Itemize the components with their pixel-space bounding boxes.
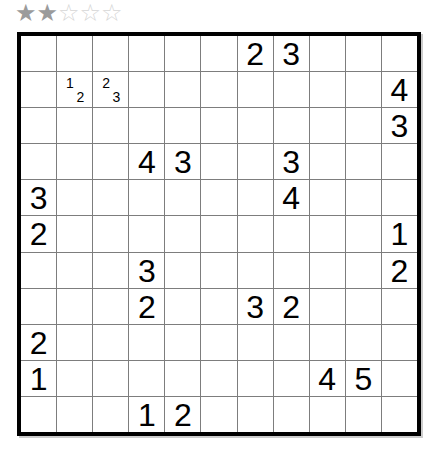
cell-r6c5[interactable] bbox=[165, 216, 200, 251]
cell-r8c3[interactable] bbox=[93, 289, 128, 324]
cell-r1c1[interactable] bbox=[21, 36, 56, 71]
cell-r10c6[interactable] bbox=[201, 361, 236, 396]
clue-number: 3 bbox=[30, 181, 48, 214]
cell-r2c9[interactable] bbox=[310, 72, 345, 107]
cell-r4c1[interactable] bbox=[21, 144, 56, 179]
cell-r5c4[interactable] bbox=[129, 180, 164, 215]
cell-r9c8[interactable] bbox=[274, 325, 309, 360]
cell-r9c11[interactable] bbox=[382, 325, 417, 360]
cell-r7c4: 3 bbox=[129, 253, 164, 288]
clue-number: 1 bbox=[138, 398, 156, 431]
cell-r10c4[interactable] bbox=[129, 361, 164, 396]
clue-number: 4 bbox=[391, 73, 409, 106]
clue-number: 4 bbox=[318, 362, 336, 395]
cell-r5c1: 3 bbox=[21, 180, 56, 215]
clue-number: 3 bbox=[174, 145, 192, 178]
cell-r4c2[interactable] bbox=[57, 144, 92, 179]
cell-r9c9[interactable] bbox=[310, 325, 345, 360]
cell-r7c5[interactable] bbox=[165, 253, 200, 288]
cell-r5c2[interactable] bbox=[57, 180, 92, 215]
cell-r8c6[interactable] bbox=[201, 289, 236, 324]
cell-r7c9[interactable] bbox=[310, 253, 345, 288]
cell-r10c7[interactable] bbox=[238, 361, 273, 396]
cell-r7c10[interactable] bbox=[346, 253, 381, 288]
cell-r1c5[interactable] bbox=[165, 36, 200, 71]
cell-r3c7[interactable] bbox=[238, 108, 273, 143]
cell-r11c3[interactable] bbox=[93, 397, 128, 432]
cell-r11c5: 2 bbox=[165, 397, 200, 432]
cell-r7c6[interactable] bbox=[201, 253, 236, 288]
star-empty-icon: ☆ bbox=[101, 0, 123, 26]
cell-r4c9[interactable] bbox=[310, 144, 345, 179]
cell-r6c6[interactable] bbox=[201, 216, 236, 251]
cell-r6c4[interactable] bbox=[129, 216, 164, 251]
cell-r10c1: 1 bbox=[21, 361, 56, 396]
cell-r4c7[interactable] bbox=[238, 144, 273, 179]
cell-r2c8[interactable] bbox=[274, 72, 309, 107]
cell-r5c3[interactable] bbox=[93, 180, 128, 215]
cell-r6c9[interactable] bbox=[310, 216, 345, 251]
cell-r4c8: 3 bbox=[274, 144, 309, 179]
cell-r8c9[interactable] bbox=[310, 289, 345, 324]
cell-r11c6[interactable] bbox=[201, 397, 236, 432]
cell-r2c6[interactable] bbox=[201, 72, 236, 107]
cell-r8c8: 2 bbox=[274, 289, 309, 324]
cell-r5c11[interactable] bbox=[382, 180, 417, 215]
cell-r1c2[interactable] bbox=[57, 36, 92, 71]
cell-r9c7[interactable] bbox=[238, 325, 273, 360]
clue-number: 1 bbox=[30, 362, 48, 395]
clue-number: 2 bbox=[282, 290, 300, 323]
cell-r5c7[interactable] bbox=[238, 180, 273, 215]
cell-r3c2[interactable] bbox=[57, 108, 92, 143]
cell-r1c9[interactable] bbox=[310, 36, 345, 71]
cell-r6c3[interactable] bbox=[93, 216, 128, 251]
cell-r4c4: 4 bbox=[129, 144, 164, 179]
cell-r5c8: 4 bbox=[274, 180, 309, 215]
cell-r6c2[interactable] bbox=[57, 216, 92, 251]
cell-r5c9[interactable] bbox=[310, 180, 345, 215]
cell-r7c1[interactable] bbox=[21, 253, 56, 288]
cell-r6c11: 1 bbox=[382, 216, 417, 251]
cell-r11c7[interactable] bbox=[238, 397, 273, 432]
cell-r3c3[interactable] bbox=[93, 108, 128, 143]
clue-small-bottom-right: 3 bbox=[112, 90, 120, 104]
cell-r2c5[interactable] bbox=[165, 72, 200, 107]
cell-r2c2: 12 bbox=[57, 72, 92, 107]
clue-number: 3 bbox=[246, 290, 264, 323]
cell-r10c3[interactable] bbox=[93, 361, 128, 396]
cell-r8c4: 2 bbox=[129, 289, 164, 324]
clue-number: 2 bbox=[391, 254, 409, 287]
clue-number: 2 bbox=[174, 398, 192, 431]
cell-r2c11: 4 bbox=[382, 72, 417, 107]
cell-r1c4[interactable] bbox=[129, 36, 164, 71]
cell-r2c1[interactable] bbox=[21, 72, 56, 107]
cell-r2c3: 23 bbox=[93, 72, 128, 107]
cell-r3c10[interactable] bbox=[346, 108, 381, 143]
cell-r6c8[interactable] bbox=[274, 216, 309, 251]
cell-r11c2[interactable] bbox=[57, 397, 92, 432]
cell-r10c2[interactable] bbox=[57, 361, 92, 396]
clue-number: 2 bbox=[30, 217, 48, 250]
cell-r9c5[interactable] bbox=[165, 325, 200, 360]
cell-r1c3[interactable] bbox=[93, 36, 128, 71]
clue-number: 3 bbox=[391, 109, 409, 142]
clue-number: 3 bbox=[282, 37, 300, 70]
cell-r5c10[interactable] bbox=[346, 180, 381, 215]
clue-number: 2 bbox=[246, 37, 264, 70]
cell-r9c1: 2 bbox=[21, 325, 56, 360]
cell-r8c11[interactable] bbox=[382, 289, 417, 324]
star-empty-icon: ☆ bbox=[80, 0, 102, 26]
cell-r10c10: 5 bbox=[346, 361, 381, 396]
cell-r8c5[interactable] bbox=[165, 289, 200, 324]
cell-r3c4[interactable] bbox=[129, 108, 164, 143]
cell-r3c1[interactable] bbox=[21, 108, 56, 143]
cell-r3c9[interactable] bbox=[310, 108, 345, 143]
star-empty-icon: ☆ bbox=[58, 0, 80, 26]
cell-r4c6[interactable] bbox=[201, 144, 236, 179]
clue-number: 5 bbox=[354, 362, 372, 395]
cell-r8c7: 3 bbox=[238, 289, 273, 324]
cell-r2c4[interactable] bbox=[129, 72, 164, 107]
cell-r9c10[interactable] bbox=[346, 325, 381, 360]
cell-r3c5[interactable] bbox=[165, 108, 200, 143]
cell-r1c10[interactable] bbox=[346, 36, 381, 71]
cell-r11c9[interactable] bbox=[310, 397, 345, 432]
cell-r4c5: 3 bbox=[165, 144, 200, 179]
cell-r7c2[interactable] bbox=[57, 253, 92, 288]
cell-r3c8[interactable] bbox=[274, 108, 309, 143]
cell-r1c8: 3 bbox=[274, 36, 309, 71]
cell-r6c10[interactable] bbox=[346, 216, 381, 251]
cell-r11c4: 1 bbox=[129, 397, 164, 432]
difficulty-rating: ★★☆☆☆ bbox=[15, 0, 123, 26]
star-filled-icon: ★ bbox=[37, 0, 59, 26]
clue-small-bottom-right: 2 bbox=[76, 90, 84, 104]
cell-r1c7: 2 bbox=[238, 36, 273, 71]
cell-r2c7[interactable] bbox=[238, 72, 273, 107]
cell-r8c10[interactable] bbox=[346, 289, 381, 324]
clue-number: 2 bbox=[30, 326, 48, 359]
clue-small-top-left: 1 bbox=[66, 76, 74, 90]
cell-r7c3[interactable] bbox=[93, 253, 128, 288]
cell-r6c1: 2 bbox=[21, 216, 56, 251]
cell-r8c2[interactable] bbox=[57, 289, 92, 324]
cell-r3c11: 3 bbox=[382, 108, 417, 143]
clue-number: 4 bbox=[282, 181, 300, 214]
cell-r11c1[interactable] bbox=[21, 397, 56, 432]
cell-r9c4[interactable] bbox=[129, 325, 164, 360]
cell-r10c9: 4 bbox=[310, 361, 345, 396]
cell-r3c6[interactable] bbox=[201, 108, 236, 143]
cell-r8c1[interactable] bbox=[21, 289, 56, 324]
cell-r9c2[interactable] bbox=[57, 325, 92, 360]
cell-r4c3[interactable] bbox=[93, 144, 128, 179]
cell-r10c5[interactable] bbox=[165, 361, 200, 396]
cell-r2c10[interactable] bbox=[346, 72, 381, 107]
cell-r11c10[interactable] bbox=[346, 397, 381, 432]
cell-r7c8[interactable] bbox=[274, 253, 309, 288]
clue-number: 2 bbox=[138, 290, 156, 323]
board-grid: 23122343433342132232214512 bbox=[21, 36, 417, 432]
star-filled-icon: ★ bbox=[15, 0, 37, 26]
cell-r4c11[interactable] bbox=[382, 144, 417, 179]
clue-number: 3 bbox=[138, 254, 156, 287]
cell-r5c6[interactable] bbox=[201, 180, 236, 215]
cell-r6c7[interactable] bbox=[238, 216, 273, 251]
cell-r10c8[interactable] bbox=[274, 361, 309, 396]
clue-number: 3 bbox=[282, 145, 300, 178]
cell-r5c5[interactable] bbox=[165, 180, 200, 215]
cell-r10c11[interactable] bbox=[382, 361, 417, 396]
cell-r9c6[interactable] bbox=[201, 325, 236, 360]
cell-r9c3[interactable] bbox=[93, 325, 128, 360]
cell-r7c11: 2 bbox=[382, 253, 417, 288]
cell-r11c8[interactable] bbox=[274, 397, 309, 432]
tapa-board: 23122343433342132232214512 bbox=[17, 32, 421, 436]
cell-r1c11[interactable] bbox=[382, 36, 417, 71]
cell-r11c11[interactable] bbox=[382, 397, 417, 432]
cell-r1c6[interactable] bbox=[201, 36, 236, 71]
clue-number: 1 bbox=[391, 217, 409, 250]
cell-r7c7[interactable] bbox=[238, 253, 273, 288]
cell-r4c10[interactable] bbox=[346, 144, 381, 179]
clue-small-top-left: 2 bbox=[102, 76, 110, 90]
clue-number: 4 bbox=[138, 145, 156, 178]
